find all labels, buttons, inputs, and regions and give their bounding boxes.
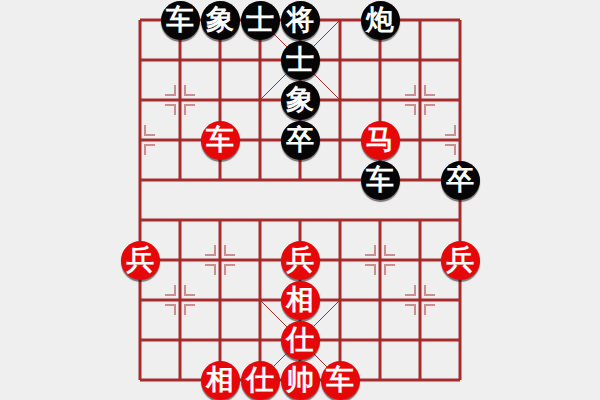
- board-point-3-7[interactable]: [240, 280, 280, 320]
- board-point-5-9[interactable]: 车: [320, 360, 360, 400]
- board-point-6-2[interactable]: [360, 80, 400, 120]
- board-point-5-1[interactable]: [320, 40, 360, 80]
- board-point-1-9[interactable]: [160, 360, 200, 400]
- board-point-7-4[interactable]: [400, 160, 440, 200]
- piece-red-advisor[interactable]: 仕: [281, 321, 320, 360]
- board-point-4-9[interactable]: 帅: [280, 360, 320, 400]
- board-point-4-7[interactable]: 相: [280, 280, 320, 320]
- board-point-3-8[interactable]: [240, 320, 280, 360]
- board-point-2-6[interactable]: [200, 240, 240, 280]
- board-point-8-1[interactable]: [440, 40, 480, 80]
- board-point-4-2[interactable]: 象: [280, 80, 320, 120]
- piece-red-chariot[interactable]: 车: [321, 361, 360, 400]
- xiangqi-board: 车象士将炮士象车卒马车卒兵兵兵相仕相仕帅车: [0, 0, 600, 400]
- board-point-1-4[interactable]: [160, 160, 200, 200]
- board-point-8-9[interactable]: [440, 360, 480, 400]
- board-point-3-3[interactable]: [240, 120, 280, 160]
- board-point-1-3[interactable]: [160, 120, 200, 160]
- board-point-1-1[interactable]: [160, 40, 200, 80]
- board-point-7-6[interactable]: [400, 240, 440, 280]
- board-point-2-9[interactable]: 相: [200, 360, 240, 400]
- board-point-5-3[interactable]: [320, 120, 360, 160]
- board-point-1-7[interactable]: [160, 280, 200, 320]
- piece-black-advisor[interactable]: 士: [281, 41, 320, 80]
- board-point-0-8[interactable]: [120, 320, 160, 360]
- board-point-7-5[interactable]: [400, 200, 440, 240]
- board-point-6-0[interactable]: 炮: [360, 0, 400, 40]
- board-point-2-0[interactable]: 象: [200, 0, 240, 40]
- board-point-2-1[interactable]: [200, 40, 240, 80]
- board-point-6-9[interactable]: [360, 360, 400, 400]
- board-point-1-8[interactable]: [160, 320, 200, 360]
- board-point-4-1[interactable]: 士: [280, 40, 320, 80]
- board-point-7-0[interactable]: [400, 0, 440, 40]
- board-point-1-5[interactable]: [160, 200, 200, 240]
- board-point-4-5[interactable]: [280, 200, 320, 240]
- board-point-5-8[interactable]: [320, 320, 360, 360]
- board-point-3-1[interactable]: [240, 40, 280, 80]
- board-point-6-4[interactable]: 车: [360, 160, 400, 200]
- piece-black-general[interactable]: 将: [281, 1, 320, 40]
- board-point-2-5[interactable]: [200, 200, 240, 240]
- board-point-8-7[interactable]: [440, 280, 480, 320]
- board-grid: 车象士将炮士象车卒马车卒兵兵兵相仕相仕帅车: [120, 0, 480, 400]
- board-point-0-7[interactable]: [120, 280, 160, 320]
- board-point-3-2[interactable]: [240, 80, 280, 120]
- board-point-7-1[interactable]: [400, 40, 440, 80]
- board-point-5-6[interactable]: [320, 240, 360, 280]
- board-point-6-3[interactable]: 马: [360, 120, 400, 160]
- board-point-3-0[interactable]: 士: [240, 0, 280, 40]
- board-point-5-7[interactable]: [320, 280, 360, 320]
- board-point-4-6[interactable]: 兵: [280, 240, 320, 280]
- board-point-5-4[interactable]: [320, 160, 360, 200]
- board-point-3-4[interactable]: [240, 160, 280, 200]
- board-point-2-8[interactable]: [200, 320, 240, 360]
- board-point-4-4[interactable]: [280, 160, 320, 200]
- board-point-7-3[interactable]: [400, 120, 440, 160]
- piece-red-elephant[interactable]: 相: [201, 361, 240, 400]
- piece-black-elephant[interactable]: 象: [201, 1, 240, 40]
- board-point-0-5[interactable]: [120, 200, 160, 240]
- board-point-6-5[interactable]: [360, 200, 400, 240]
- board-point-0-9[interactable]: [120, 360, 160, 400]
- board-point-2-3[interactable]: 车: [200, 120, 240, 160]
- board-point-2-7[interactable]: [200, 280, 240, 320]
- board-point-0-4[interactable]: [120, 160, 160, 200]
- board-point-8-6[interactable]: 兵: [440, 240, 480, 280]
- piece-red-horse[interactable]: 马: [361, 121, 400, 160]
- board-point-2-4[interactable]: [200, 160, 240, 200]
- board-point-7-9[interactable]: [400, 360, 440, 400]
- board-point-7-8[interactable]: [400, 320, 440, 360]
- board-point-5-2[interactable]: [320, 80, 360, 120]
- board-point-8-5[interactable]: [440, 200, 480, 240]
- board-point-4-0[interactable]: 将: [280, 0, 320, 40]
- piece-black-chariot[interactable]: 车: [361, 161, 400, 200]
- board-point-6-7[interactable]: [360, 280, 400, 320]
- board-point-0-2[interactable]: [120, 80, 160, 120]
- piece-red-pawn[interactable]: 兵: [441, 241, 480, 280]
- piece-red-pawn[interactable]: 兵: [121, 241, 160, 280]
- board-point-0-0[interactable]: [120, 0, 160, 40]
- board-point-8-8[interactable]: [440, 320, 480, 360]
- board-point-8-4[interactable]: 卒: [440, 160, 480, 200]
- board-point-0-1[interactable]: [120, 40, 160, 80]
- board-point-6-8[interactable]: [360, 320, 400, 360]
- board-point-3-9[interactable]: 仕: [240, 360, 280, 400]
- board-point-4-8[interactable]: 仕: [280, 320, 320, 360]
- board-point-2-2[interactable]: [200, 80, 240, 120]
- board-point-5-5[interactable]: [320, 200, 360, 240]
- board-point-1-0[interactable]: 车: [160, 0, 200, 40]
- board-point-1-6[interactable]: [160, 240, 200, 280]
- piece-black-chariot[interactable]: 车: [161, 1, 200, 40]
- board-point-3-6[interactable]: [240, 240, 280, 280]
- board-point-8-3[interactable]: [440, 120, 480, 160]
- board-point-7-7[interactable]: [400, 280, 440, 320]
- piece-black-advisor[interactable]: 士: [241, 1, 280, 40]
- board-point-8-0[interactable]: [440, 0, 480, 40]
- piece-red-advisor[interactable]: 仕: [241, 361, 280, 400]
- board-point-8-2[interactable]: [440, 80, 480, 120]
- piece-red-elephant[interactable]: 相: [281, 281, 320, 320]
- board-point-0-6[interactable]: 兵: [120, 240, 160, 280]
- board-point-1-2[interactable]: [160, 80, 200, 120]
- board-point-4-3[interactable]: 卒: [280, 120, 320, 160]
- piece-black-pawn[interactable]: 卒: [441, 161, 480, 200]
- board-point-0-3[interactable]: [120, 120, 160, 160]
- piece-black-elephant[interactable]: 象: [281, 81, 320, 120]
- piece-red-chariot[interactable]: 车: [201, 121, 240, 160]
- piece-red-general[interactable]: 帅: [281, 361, 320, 400]
- board-point-5-0[interactable]: [320, 0, 360, 40]
- piece-black-pawn[interactable]: 卒: [281, 121, 320, 160]
- board-point-7-2[interactable]: [400, 80, 440, 120]
- board-point-6-6[interactable]: [360, 240, 400, 280]
- board-point-3-5[interactable]: [240, 200, 280, 240]
- piece-black-cannon[interactable]: 炮: [361, 1, 400, 40]
- board-point-6-1[interactable]: [360, 40, 400, 80]
- piece-red-pawn[interactable]: 兵: [281, 241, 320, 280]
